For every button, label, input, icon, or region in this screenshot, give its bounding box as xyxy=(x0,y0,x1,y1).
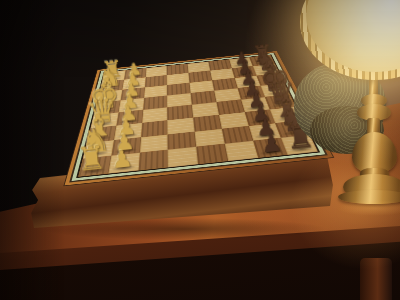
board-frame: ♜♟♟♜♞♟♟♞♝♟♟♝♚♟♟♚♛♟♟♛♝♟♟♝♞♟♟♞♜♟♟♜ xyxy=(65,51,334,185)
chess-board[interactable]: ♜♟♟♜♞♟♟♞♝♟♟♝♚♟♟♚♛♟♟♛♝♟♟♝♞♟♟♞♜♟♟♜ xyxy=(78,55,317,177)
piece-black-pawn[interactable]: ♟ xyxy=(244,130,300,159)
piece-white-pawn[interactable]: ♟ xyxy=(94,145,150,174)
square-a4[interactable] xyxy=(168,147,198,167)
board-tilt: ♜♟♟♜♞♟♟♞♝♟♟♝♚♟♟♚♛♟♟♛♝♟♟♝♞♟♟♞♜♟♟♜ xyxy=(65,51,334,185)
photo-scene: ♜♟♟♜♞♟♟♞♝♟♟♝♚♟♟♚♛♟♟♛♝♟♟♝♞♟♟♞♜♟♟♜ xyxy=(0,0,400,300)
square-c4[interactable] xyxy=(168,117,195,134)
table-leg xyxy=(360,258,392,300)
square-a7[interactable]: ♟ xyxy=(253,138,288,158)
square-c5[interactable] xyxy=(193,115,221,132)
square-a5[interactable] xyxy=(196,144,228,164)
square-a2[interactable]: ♟ xyxy=(108,153,139,174)
